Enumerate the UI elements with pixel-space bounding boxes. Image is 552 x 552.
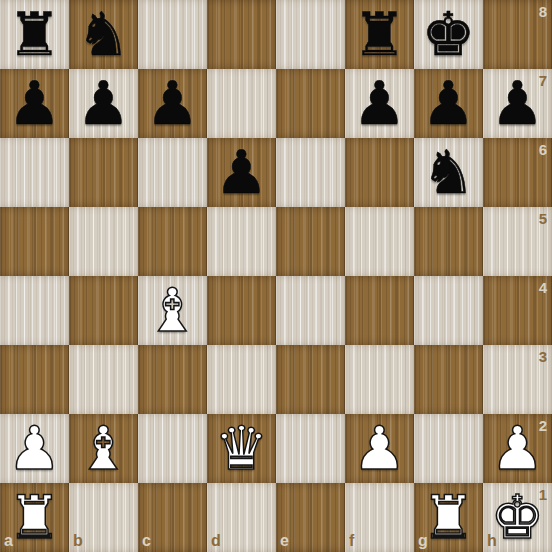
- square-e4[interactable]: [276, 276, 345, 345]
- square-a7[interactable]: ♟: [0, 69, 69, 138]
- piece-white-queen[interactable]: ♛: [207, 414, 276, 483]
- rank-label-6: 6: [539, 141, 547, 158]
- piece-black-knight[interactable]: ♞: [69, 0, 138, 69]
- square-d5[interactable]: [207, 207, 276, 276]
- piece-black-pawn[interactable]: ♟: [414, 69, 483, 138]
- file-label-b: b: [73, 532, 83, 550]
- square-h6[interactable]: 6: [483, 138, 552, 207]
- square-b2[interactable]: ♝: [69, 414, 138, 483]
- square-b6[interactable]: [69, 138, 138, 207]
- piece-black-pawn[interactable]: ♟: [345, 69, 414, 138]
- rank-label-3: 3: [539, 348, 547, 365]
- square-c1[interactable]: c: [138, 483, 207, 552]
- piece-black-knight[interactable]: ♞: [414, 138, 483, 207]
- square-h2[interactable]: 2♟: [483, 414, 552, 483]
- square-g5[interactable]: [414, 207, 483, 276]
- piece-black-pawn[interactable]: ♟: [483, 69, 552, 138]
- square-a5[interactable]: [0, 207, 69, 276]
- file-label-f: f: [349, 532, 354, 550]
- piece-white-bishop[interactable]: ♝: [69, 414, 138, 483]
- square-h5[interactable]: 5: [483, 207, 552, 276]
- square-d2[interactable]: ♛: [207, 414, 276, 483]
- square-f1[interactable]: f: [345, 483, 414, 552]
- square-e2[interactable]: [276, 414, 345, 483]
- square-h7[interactable]: 7♟: [483, 69, 552, 138]
- square-b5[interactable]: [69, 207, 138, 276]
- square-f5[interactable]: [345, 207, 414, 276]
- piece-black-pawn[interactable]: ♟: [207, 138, 276, 207]
- square-c3[interactable]: [138, 345, 207, 414]
- piece-white-pawn[interactable]: ♟: [0, 414, 69, 483]
- piece-white-pawn[interactable]: ♟: [483, 414, 552, 483]
- square-d3[interactable]: [207, 345, 276, 414]
- rank-label-5: 5: [539, 210, 547, 227]
- square-f4[interactable]: [345, 276, 414, 345]
- square-h3[interactable]: 3: [483, 345, 552, 414]
- square-c2[interactable]: [138, 414, 207, 483]
- square-h4[interactable]: 4: [483, 276, 552, 345]
- piece-white-rook[interactable]: ♜: [0, 483, 69, 552]
- square-d1[interactable]: d: [207, 483, 276, 552]
- square-g6[interactable]: ♞: [414, 138, 483, 207]
- square-b3[interactable]: [69, 345, 138, 414]
- square-e6[interactable]: [276, 138, 345, 207]
- square-h1[interactable]: 1h♚: [483, 483, 552, 552]
- square-d4[interactable]: [207, 276, 276, 345]
- piece-black-king[interactable]: ♚: [414, 0, 483, 69]
- piece-white-pawn[interactable]: ♟: [345, 414, 414, 483]
- piece-black-rook[interactable]: ♜: [345, 0, 414, 69]
- square-g4[interactable]: [414, 276, 483, 345]
- square-d6[interactable]: ♟: [207, 138, 276, 207]
- square-a3[interactable]: [0, 345, 69, 414]
- square-g1[interactable]: g♜: [414, 483, 483, 552]
- square-g3[interactable]: [414, 345, 483, 414]
- square-b7[interactable]: ♟: [69, 69, 138, 138]
- square-e8[interactable]: [276, 0, 345, 69]
- square-f7[interactable]: ♟: [345, 69, 414, 138]
- square-f8[interactable]: ♜: [345, 0, 414, 69]
- square-d8[interactable]: [207, 0, 276, 69]
- square-b4[interactable]: [69, 276, 138, 345]
- piece-black-pawn[interactable]: ♟: [0, 69, 69, 138]
- square-e3[interactable]: [276, 345, 345, 414]
- square-a8[interactable]: ♜: [0, 0, 69, 69]
- square-h8[interactable]: 8: [483, 0, 552, 69]
- square-c8[interactable]: [138, 0, 207, 69]
- square-a1[interactable]: a♜: [0, 483, 69, 552]
- square-b1[interactable]: b: [69, 483, 138, 552]
- piece-black-pawn[interactable]: ♟: [138, 69, 207, 138]
- chess-board: ♜♞♜♚8♟♟♟♟♟7♟♟♞65♝43♟♝♛♟2♟a♜bcdefg♜1h♚: [0, 0, 552, 552]
- square-e7[interactable]: [276, 69, 345, 138]
- file-label-c: c: [142, 532, 151, 550]
- square-f3[interactable]: [345, 345, 414, 414]
- square-a6[interactable]: [0, 138, 69, 207]
- square-c5[interactable]: [138, 207, 207, 276]
- square-f6[interactable]: [345, 138, 414, 207]
- piece-white-rook[interactable]: ♜: [414, 483, 483, 552]
- file-label-e: e: [280, 532, 289, 550]
- piece-white-king[interactable]: ♚: [483, 483, 552, 552]
- piece-white-bishop[interactable]: ♝: [138, 276, 207, 345]
- square-e5[interactable]: [276, 207, 345, 276]
- square-e1[interactable]: e: [276, 483, 345, 552]
- piece-black-rook[interactable]: ♜: [0, 0, 69, 69]
- rank-label-8: 8: [539, 3, 547, 20]
- square-a4[interactable]: [0, 276, 69, 345]
- square-c4[interactable]: ♝: [138, 276, 207, 345]
- square-d7[interactable]: [207, 69, 276, 138]
- square-a2[interactable]: ♟: [0, 414, 69, 483]
- square-g2[interactable]: [414, 414, 483, 483]
- square-f2[interactable]: ♟: [345, 414, 414, 483]
- rank-label-4: 4: [539, 279, 547, 296]
- square-c7[interactable]: ♟: [138, 69, 207, 138]
- square-g8[interactable]: ♚: [414, 0, 483, 69]
- piece-black-pawn[interactable]: ♟: [69, 69, 138, 138]
- square-c6[interactable]: [138, 138, 207, 207]
- square-g7[interactable]: ♟: [414, 69, 483, 138]
- file-label-d: d: [211, 532, 221, 550]
- square-b8[interactable]: ♞: [69, 0, 138, 69]
